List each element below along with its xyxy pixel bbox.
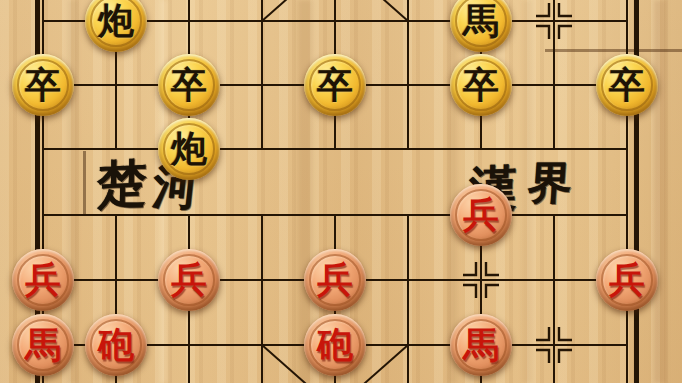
piece-ring [309,319,361,371]
piece-black-soldier[interactable]: 卒 [158,54,220,116]
piece-character: 卒 [25,67,61,103]
piece-character: 卒 [463,67,499,103]
piece-red-soldier[interactable]: 兵 [158,249,220,311]
piece-character: 炮 [98,3,134,39]
piece-red-soldier[interactable]: 兵 [596,249,658,311]
piece-ring [163,123,215,175]
piece-character: 卒 [317,67,353,103]
piece-ring [163,254,215,306]
piece-character: 兵 [25,262,61,298]
piece-ring [90,0,142,47]
piece-red-cannon[interactable]: 砲 [304,314,366,376]
piece-ring [17,319,69,371]
piece-red-cannon[interactable]: 砲 [85,314,147,376]
piece-red-soldier[interactable]: 兵 [450,184,512,246]
piece-character: 卒 [171,67,207,103]
piece-ring [455,59,507,111]
piece-character: 馬 [463,327,499,363]
piece-red-horse[interactable]: 馬 [12,314,74,376]
piece-black-soldier[interactable]: 卒 [12,54,74,116]
piece-ring [17,59,69,111]
piece-character: 馬 [25,327,61,363]
piece-ring [455,319,507,371]
piece-ring [309,254,361,306]
piece-red-soldier[interactable]: 兵 [12,249,74,311]
piece-character: 兵 [317,262,353,298]
piece-character: 兵 [463,197,499,233]
piece-character: 兵 [171,262,207,298]
piece-character: 炮 [171,131,207,167]
piece-ring [455,189,507,241]
piece-character: 砲 [317,327,353,363]
piece-red-soldier[interactable]: 兵 [304,249,366,311]
piece-character: 砲 [98,327,134,363]
piece-ring [455,0,507,47]
piece-ring [309,59,361,111]
piece-red-horse[interactable]: 馬 [450,314,512,376]
piece-ring [90,319,142,371]
xiangqi-board: 楚河 漢界 炮馬卒卒卒卒卒炮兵兵兵兵兵馬砲砲馬 [0,0,682,383]
piece-ring [17,254,69,306]
piece-black-soldier[interactable]: 卒 [596,54,658,116]
piece-black-soldier[interactable]: 卒 [450,54,512,116]
piece-ring [601,254,653,306]
piece-black-soldier[interactable]: 卒 [304,54,366,116]
piece-character: 卒 [609,67,645,103]
piece-character: 馬 [463,3,499,39]
piece-black-cannon[interactable]: 炮 [158,118,220,180]
piece-character: 兵 [609,262,645,298]
piece-ring [601,59,653,111]
piece-ring [163,59,215,111]
